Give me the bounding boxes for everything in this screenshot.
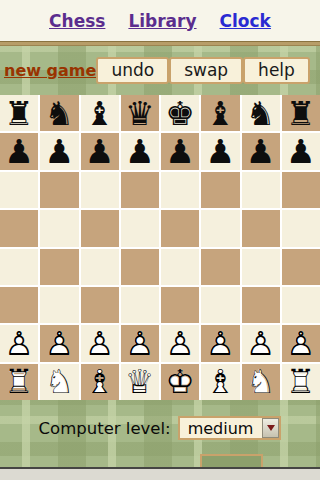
square-c7[interactable]: ♟	[81, 133, 119, 169]
pattern-decor	[200, 454, 263, 467]
square-f8[interactable]: ♝	[201, 95, 239, 131]
black-queen: ♛	[121, 95, 159, 131]
square-b5[interactable]	[40, 210, 78, 246]
white-pawn: ♟♙	[40, 325, 78, 361]
square-e7[interactable]: ♟	[161, 133, 199, 169]
square-g7[interactable]: ♟	[242, 133, 280, 169]
black-pawn: ♟	[121, 133, 159, 169]
black-pawn: ♟	[242, 133, 280, 169]
square-g4[interactable]	[242, 249, 280, 285]
undo-button[interactable]: undo	[96, 57, 169, 84]
white-pawn: ♟♙	[121, 325, 159, 361]
black-bishop: ♝	[81, 95, 119, 131]
bottom-panel: Computer level: medium	[0, 400, 320, 467]
square-d8[interactable]: ♛	[121, 95, 159, 131]
square-h7[interactable]: ♟	[282, 133, 320, 169]
square-d3[interactable]	[121, 287, 159, 323]
square-b8[interactable]: ♞	[40, 95, 78, 131]
square-b2[interactable]: ♟♙	[40, 325, 78, 361]
square-e8[interactable]: ♚	[161, 95, 199, 131]
computer-level-select[interactable]: medium	[178, 416, 282, 440]
white-pawn: ♟♙	[161, 325, 199, 361]
black-rook: ♜	[282, 95, 320, 131]
square-e6[interactable]	[161, 172, 199, 208]
square-d7[interactable]: ♟	[121, 133, 159, 169]
square-g2[interactable]: ♟♙	[242, 325, 280, 361]
black-rook: ♜	[0, 95, 38, 131]
square-a7[interactable]: ♟	[0, 133, 38, 169]
white-rook: ♜♖	[282, 364, 320, 400]
square-d5[interactable]	[121, 210, 159, 246]
dropdown-arrow-icon	[262, 418, 279, 438]
black-pawn: ♟	[81, 133, 119, 169]
swap-button[interactable]: swap	[169, 57, 243, 84]
square-f5[interactable]	[201, 210, 239, 246]
nav-link-clock[interactable]: Clock	[220, 11, 271, 31]
toolbar: new game undo swap help	[0, 46, 320, 95]
white-knight: ♞♘	[40, 364, 78, 400]
square-g3[interactable]	[242, 287, 280, 323]
chess-board: ♜♞♝♛♚♝♞♜♟♟♟♟♟♟♟♟♟♙♟♙♟♙♟♙♟♙♟♙♟♙♟♙♜♖♞♘♝♗♛♕…	[0, 95, 320, 400]
square-h8[interactable]: ♜	[282, 95, 320, 131]
square-c6[interactable]	[81, 172, 119, 208]
square-e4[interactable]	[161, 249, 199, 285]
square-c2[interactable]: ♟♙	[81, 325, 119, 361]
black-king: ♚	[161, 95, 199, 131]
white-knight: ♞♘	[242, 364, 280, 400]
white-king: ♚♔	[161, 364, 199, 400]
white-pawn: ♟♙	[201, 325, 239, 361]
square-a4[interactable]	[0, 249, 38, 285]
black-knight: ♞	[242, 95, 280, 131]
square-f3[interactable]	[201, 287, 239, 323]
black-pawn: ♟	[282, 133, 320, 169]
square-f4[interactable]	[201, 249, 239, 285]
square-h5[interactable]	[282, 210, 320, 246]
top-nav: Chess Library Clock	[0, 0, 320, 41]
square-d2[interactable]: ♟♙	[121, 325, 159, 361]
footer-strip	[0, 469, 320, 480]
square-f7[interactable]: ♟	[201, 133, 239, 169]
square-g8[interactable]: ♞	[242, 95, 280, 131]
square-g6[interactable]	[242, 172, 280, 208]
square-e3[interactable]	[161, 287, 199, 323]
square-e1[interactable]: ♚♔	[161, 364, 199, 400]
black-pawn: ♟	[201, 133, 239, 169]
square-b4[interactable]	[40, 249, 78, 285]
square-a6[interactable]	[0, 172, 38, 208]
black-knight: ♞	[40, 95, 78, 131]
square-c4[interactable]	[81, 249, 119, 285]
black-pawn: ♟	[40, 133, 78, 169]
square-g5[interactable]	[242, 210, 280, 246]
square-a3[interactable]	[0, 287, 38, 323]
square-d1[interactable]: ♛♕	[121, 364, 159, 400]
square-a8[interactable]: ♜	[0, 95, 38, 131]
square-c3[interactable]	[81, 287, 119, 323]
square-b3[interactable]	[40, 287, 78, 323]
square-d4[interactable]	[121, 249, 159, 285]
square-a1[interactable]: ♜♖	[0, 364, 38, 400]
white-bishop: ♝♗	[201, 364, 239, 400]
nav-link-chess[interactable]: Chess	[49, 11, 105, 31]
square-f2[interactable]: ♟♙	[201, 325, 239, 361]
black-pawn: ♟	[0, 133, 38, 169]
square-h1[interactable]: ♜♖	[282, 364, 320, 400]
computer-level-label: Computer level:	[39, 419, 171, 438]
square-b1[interactable]: ♞♘	[40, 364, 78, 400]
square-c1[interactable]: ♝♗	[81, 364, 119, 400]
square-b6[interactable]	[40, 172, 78, 208]
black-bishop: ♝	[201, 95, 239, 131]
square-f1[interactable]: ♝♗	[201, 364, 239, 400]
white-queen: ♛♕	[121, 364, 159, 400]
white-pawn: ♟♙	[0, 325, 38, 361]
square-f6[interactable]	[201, 172, 239, 208]
square-h4[interactable]	[282, 249, 320, 285]
nav-link-library[interactable]: Library	[128, 11, 196, 31]
square-a2[interactable]: ♟♙	[0, 325, 38, 361]
square-e5[interactable]	[161, 210, 199, 246]
new-game-link[interactable]: new game	[4, 61, 96, 80]
square-h3[interactable]	[282, 287, 320, 323]
square-h2[interactable]: ♟♙	[282, 325, 320, 361]
white-rook: ♜♖	[0, 364, 38, 400]
white-pawn: ♟♙	[81, 325, 119, 361]
square-g1[interactable]: ♞♘	[242, 364, 280, 400]
white-bishop: ♝♗	[81, 364, 119, 400]
square-h6[interactable]	[282, 172, 320, 208]
help-button[interactable]: help	[243, 57, 310, 84]
square-c5[interactable]	[81, 210, 119, 246]
square-b7[interactable]: ♟	[40, 133, 78, 169]
white-pawn: ♟♙	[242, 325, 280, 361]
square-d6[interactable]	[121, 172, 159, 208]
white-pawn: ♟♙	[282, 325, 320, 361]
square-c8[interactable]: ♝	[81, 95, 119, 131]
computer-level-value: medium	[188, 419, 263, 438]
square-e2[interactable]: ♟♙	[161, 325, 199, 361]
black-pawn: ♟	[161, 133, 199, 169]
square-a5[interactable]	[0, 210, 38, 246]
computer-level-row: Computer level: medium	[0, 400, 320, 440]
